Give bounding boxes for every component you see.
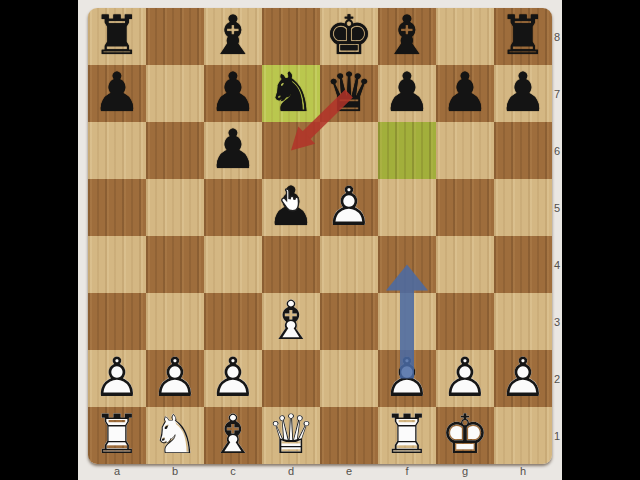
piece-white-rook[interactable]: ♜♖ <box>378 407 436 464</box>
square-a7[interactable]: ♟ <box>88 65 146 122</box>
square-c4[interactable] <box>204 236 262 293</box>
piece-white-pawn[interactable]: ♟♙ <box>436 350 494 407</box>
square-h3[interactable] <box>494 293 552 350</box>
piece-black-bishop[interactable]: ♝ <box>378 8 436 65</box>
square-h7[interactable]: ♟ <box>494 65 552 122</box>
square-c5[interactable] <box>204 179 262 236</box>
piece-white-knight[interactable]: ♞♘ <box>146 407 204 464</box>
square-b3[interactable] <box>146 293 204 350</box>
file-label-a: a <box>88 462 146 480</box>
square-b5[interactable] <box>146 179 204 236</box>
square-g4[interactable] <box>436 236 494 293</box>
square-a1[interactable]: ♜♖ <box>88 407 146 464</box>
file-label-e: e <box>320 462 378 480</box>
square-d4[interactable] <box>262 236 320 293</box>
square-e6[interactable] <box>320 122 378 179</box>
file-labels: abcdefgh <box>88 462 552 480</box>
square-f5[interactable] <box>378 179 436 236</box>
square-b1[interactable]: ♞♘ <box>146 407 204 464</box>
piece-black-pawn[interactable]: ♟ <box>262 179 320 236</box>
piece-black-bishop[interactable]: ♝ <box>204 8 262 65</box>
square-g2[interactable]: ♟♙ <box>436 350 494 407</box>
piece-white-pawn[interactable]: ♟♙ <box>204 350 262 407</box>
square-f1[interactable]: ♜♖ <box>378 407 436 464</box>
square-e8[interactable]: ♚ <box>320 8 378 65</box>
piece-white-queen[interactable]: ♛♕ <box>262 407 320 464</box>
chess-board: ♜♝♚♝♜♟♟♞♛♟♟♟♟♟♟♙♝♗♟♙♟♙♟♙♟♙♟♙♟♙♜♖♞♘♝♗♛♕♜♖… <box>88 8 552 464</box>
square-h1[interactable] <box>494 407 552 464</box>
square-a8[interactable]: ♜ <box>88 8 146 65</box>
piece-black-pawn[interactable]: ♟ <box>494 65 552 122</box>
piece-white-pawn[interactable]: ♟♙ <box>494 350 552 407</box>
file-label-c: c <box>204 462 262 480</box>
square-f3[interactable] <box>378 293 436 350</box>
piece-black-king[interactable]: ♚ <box>320 8 378 65</box>
square-f4[interactable] <box>378 236 436 293</box>
piece-white-bishop[interactable]: ♝♗ <box>262 293 320 350</box>
file-label-f: f <box>378 462 436 480</box>
piece-black-knight[interactable]: ♞ <box>262 65 320 122</box>
square-c3[interactable] <box>204 293 262 350</box>
square-e2[interactable] <box>320 350 378 407</box>
square-g1[interactable]: ♚♔ <box>436 407 494 464</box>
square-b7[interactable] <box>146 65 204 122</box>
square-f2[interactable]: ♟♙ <box>378 350 436 407</box>
square-a4[interactable] <box>88 236 146 293</box>
piece-white-rook[interactable]: ♜♖ <box>88 407 146 464</box>
square-c1[interactable]: ♝♗ <box>204 407 262 464</box>
square-g3[interactable] <box>436 293 494 350</box>
piece-white-pawn[interactable]: ♟♙ <box>320 179 378 236</box>
square-a3[interactable] <box>88 293 146 350</box>
square-a6[interactable] <box>88 122 146 179</box>
square-c2[interactable]: ♟♙ <box>204 350 262 407</box>
rank-label-3: 3 <box>552 293 563 350</box>
square-d6[interactable] <box>262 122 320 179</box>
piece-white-pawn[interactable]: ♟♙ <box>146 350 204 407</box>
piece-white-king[interactable]: ♚♔ <box>436 407 494 464</box>
piece-black-queen[interactable]: ♛ <box>320 65 378 122</box>
piece-black-pawn[interactable]: ♟ <box>378 65 436 122</box>
square-g5[interactable] <box>436 179 494 236</box>
square-b4[interactable] <box>146 236 204 293</box>
file-label-b: b <box>146 462 204 480</box>
piece-black-pawn[interactable]: ♟ <box>204 65 262 122</box>
rank-label-2: 2 <box>552 350 563 407</box>
square-f7[interactable]: ♟ <box>378 65 436 122</box>
square-d5[interactable]: ♟ <box>262 179 320 236</box>
rank-label-4: 4 <box>552 236 563 293</box>
rank-label-8: 8 <box>552 8 563 65</box>
square-e1[interactable] <box>320 407 378 464</box>
square-c6[interactable]: ♟ <box>204 122 262 179</box>
square-e7[interactable]: ♛ <box>320 65 378 122</box>
square-c8[interactable]: ♝ <box>204 8 262 65</box>
square-b8[interactable] <box>146 8 204 65</box>
square-g8[interactable] <box>436 8 494 65</box>
square-d7[interactable]: ♞ <box>262 65 320 122</box>
square-h8[interactable]: ♜ <box>494 8 552 65</box>
piece-white-pawn[interactable]: ♟♙ <box>378 350 436 407</box>
piece-black-pawn[interactable]: ♟ <box>436 65 494 122</box>
file-label-h: h <box>494 462 552 480</box>
letterbox-right <box>562 0 640 480</box>
rank-label-1: 1 <box>552 407 563 464</box>
piece-black-pawn[interactable]: ♟ <box>204 122 262 179</box>
file-label-g: g <box>436 462 494 480</box>
square-d8[interactable] <box>262 8 320 65</box>
rank-label-7: 7 <box>552 65 563 122</box>
square-d3[interactable]: ♝♗ <box>262 293 320 350</box>
square-h2[interactable]: ♟♙ <box>494 350 552 407</box>
square-h6[interactable] <box>494 122 552 179</box>
piece-white-bishop[interactable]: ♝♗ <box>204 407 262 464</box>
square-e4[interactable] <box>320 236 378 293</box>
piece-black-rook[interactable]: ♜ <box>88 8 146 65</box>
rank-labels: 87654321 <box>552 8 563 464</box>
square-a5[interactable] <box>88 179 146 236</box>
square-h4[interactable] <box>494 236 552 293</box>
square-g7[interactable]: ♟ <box>436 65 494 122</box>
square-h5[interactable] <box>494 179 552 236</box>
square-b2[interactable]: ♟♙ <box>146 350 204 407</box>
rank-label-5: 5 <box>552 179 563 236</box>
square-f8[interactable]: ♝ <box>378 8 436 65</box>
square-f6[interactable] <box>378 122 436 179</box>
square-c7[interactable]: ♟ <box>204 65 262 122</box>
square-b6[interactable] <box>146 122 204 179</box>
square-d1[interactable]: ♛♕ <box>262 407 320 464</box>
piece-black-rook[interactable]: ♜ <box>494 8 552 65</box>
square-g6[interactable] <box>436 122 494 179</box>
rank-label-6: 6 <box>552 122 563 179</box>
file-label-d: d <box>262 462 320 480</box>
piece-black-pawn[interactable]: ♟ <box>88 65 146 122</box>
square-d2[interactable] <box>262 350 320 407</box>
square-e5[interactable]: ♟♙ <box>320 179 378 236</box>
square-e3[interactable] <box>320 293 378 350</box>
square-a2[interactable]: ♟♙ <box>88 350 146 407</box>
letterbox-left <box>0 0 78 480</box>
piece-white-pawn[interactable]: ♟♙ <box>88 350 146 407</box>
